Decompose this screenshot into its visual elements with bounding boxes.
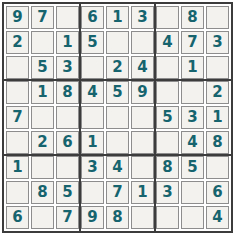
- sudoku-cell[interactable]: 6: [6, 206, 29, 229]
- sudoku-cell[interactable]: 6: [206, 181, 229, 204]
- sudoku-cell[interactable]: 2: [206, 81, 229, 104]
- sudoku-cell[interactable]: 5: [106, 81, 129, 104]
- sudoku-cell[interactable]: 8: [181, 6, 204, 29]
- sudoku-cell[interactable]: [31, 106, 54, 129]
- sudoku-cell[interactable]: [31, 206, 54, 229]
- sudoku-cell[interactable]: 4: [181, 131, 204, 154]
- sudoku-cell[interactable]: 8: [156, 156, 179, 179]
- sudoku-cell[interactable]: [156, 131, 179, 154]
- sudoku-cell[interactable]: 4: [131, 56, 154, 79]
- sudoku-cell[interactable]: 8: [106, 206, 129, 229]
- sudoku-cell[interactable]: [181, 206, 204, 229]
- sudoku-cell[interactable]: [156, 56, 179, 79]
- sudoku-cell[interactable]: 8: [31, 181, 54, 204]
- sudoku-cell[interactable]: [131, 106, 154, 129]
- sudoku-cell[interactable]: 3: [181, 106, 204, 129]
- sudoku-cell[interactable]: [106, 106, 129, 129]
- sudoku-cell[interactable]: [6, 181, 29, 204]
- sudoku-cell[interactable]: 4: [206, 206, 229, 229]
- sudoku-cell[interactable]: 8: [56, 81, 79, 104]
- sudoku-cell[interactable]: 1: [56, 31, 79, 54]
- sudoku-cell[interactable]: [56, 106, 79, 129]
- sudoku-cell[interactable]: 1: [106, 6, 129, 29]
- sudoku-cell[interactable]: [81, 106, 104, 129]
- sudoku-cell[interactable]: 1: [181, 56, 204, 79]
- sudoku-cell[interactable]: 4: [106, 156, 129, 179]
- sudoku-cell[interactable]: [131, 156, 154, 179]
- sudoku-cell[interactable]: [106, 131, 129, 154]
- sudoku-cell[interactable]: 9: [81, 206, 104, 229]
- sudoku-cell[interactable]: 5: [156, 106, 179, 129]
- sudoku-cell[interactable]: 8: [206, 131, 229, 154]
- sudoku-cell[interactable]: 7: [6, 106, 29, 129]
- sudoku-cell[interactable]: [31, 156, 54, 179]
- sudoku-cell[interactable]: 7: [106, 181, 129, 204]
- sudoku-cell[interactable]: [181, 181, 204, 204]
- sudoku-cell[interactable]: 5: [81, 31, 104, 54]
- sudoku-cell[interactable]: 2: [106, 56, 129, 79]
- sudoku-cell[interactable]: [206, 6, 229, 29]
- sudoku-cell[interactable]: 3: [206, 31, 229, 54]
- sudoku-cell[interactable]: 2: [6, 31, 29, 54]
- sudoku-cell[interactable]: 9: [6, 6, 29, 29]
- sudoku-cell[interactable]: 3: [131, 6, 154, 29]
- sudoku-cell[interactable]: [206, 156, 229, 179]
- sudoku-cell[interactable]: [6, 56, 29, 79]
- sudoku-cell[interactable]: [181, 81, 204, 104]
- sudoku-cell[interactable]: [31, 31, 54, 54]
- sudoku-cell[interactable]: 7: [181, 31, 204, 54]
- sudoku-cell[interactable]: 1: [206, 106, 229, 129]
- sudoku-cell[interactable]: 7: [56, 206, 79, 229]
- sudoku-cell[interactable]: [81, 181, 104, 204]
- sudoku-cell[interactable]: 1: [31, 81, 54, 104]
- sudoku-cell[interactable]: 6: [56, 131, 79, 154]
- sudoku-cell[interactable]: [156, 206, 179, 229]
- sudoku-cell[interactable]: [6, 81, 29, 104]
- sudoku-cell[interactable]: 5: [56, 181, 79, 204]
- sudoku-cell[interactable]: [131, 206, 154, 229]
- sudoku-cell[interactable]: 3: [81, 156, 104, 179]
- sudoku-cell[interactable]: 1: [6, 156, 29, 179]
- sudoku-cell[interactable]: [81, 56, 104, 79]
- sudoku-cell[interactable]: [131, 131, 154, 154]
- sudoku-cell[interactable]: [56, 6, 79, 29]
- sudoku-cell[interactable]: 1: [81, 131, 104, 154]
- sudoku-cell[interactable]: [206, 56, 229, 79]
- sudoku-cell[interactable]: [156, 6, 179, 29]
- sudoku-cell[interactable]: 5: [181, 156, 204, 179]
- sudoku-board: 9761382154735324118459275312614813485857…: [2, 2, 233, 233]
- sudoku-cell[interactable]: 5: [31, 56, 54, 79]
- sudoku-cell[interactable]: 6: [81, 6, 104, 29]
- sudoku-cell[interactable]: 4: [81, 81, 104, 104]
- sudoku-cell[interactable]: 2: [31, 131, 54, 154]
- sudoku-cell[interactable]: [56, 156, 79, 179]
- sudoku-cell[interactable]: [6, 131, 29, 154]
- sudoku-cell[interactable]: [106, 31, 129, 54]
- sudoku-cell[interactable]: 7: [31, 6, 54, 29]
- sudoku-cell[interactable]: 4: [156, 31, 179, 54]
- sudoku-cell[interactable]: [156, 81, 179, 104]
- sudoku-cell[interactable]: 3: [56, 56, 79, 79]
- sudoku-cell[interactable]: 1: [131, 181, 154, 204]
- sudoku-cell[interactable]: 9: [131, 81, 154, 104]
- sudoku-cell[interactable]: 3: [156, 181, 179, 204]
- sudoku-cell[interactable]: [131, 31, 154, 54]
